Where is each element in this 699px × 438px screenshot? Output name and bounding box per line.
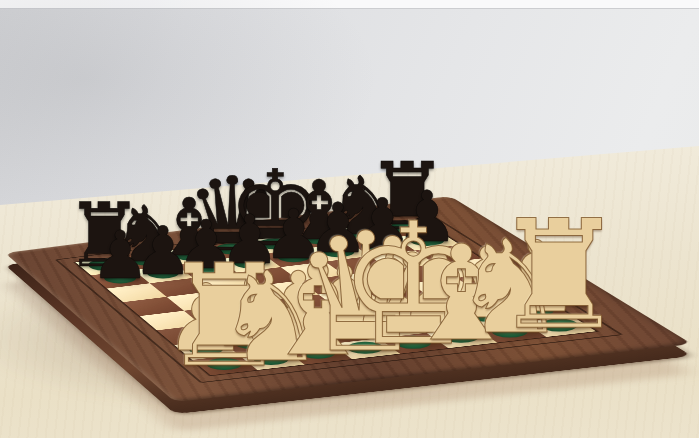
white-rook-h1: ♜ xyxy=(492,200,627,350)
pieces-layer: ♜♞♝♛♚♝♞♜♟♟♟♟♟♟♟♟♟♟♟♟♟♟♟♟♜♞♝♛♚♝♞♜ xyxy=(0,0,699,438)
scene: ♜♞♝♛♚♝♞♜♟♟♟♟♟♟♟♟♟♟♟♟♟♟♟♟♜♞♝♛♚♝♞♜ xyxy=(0,0,699,438)
